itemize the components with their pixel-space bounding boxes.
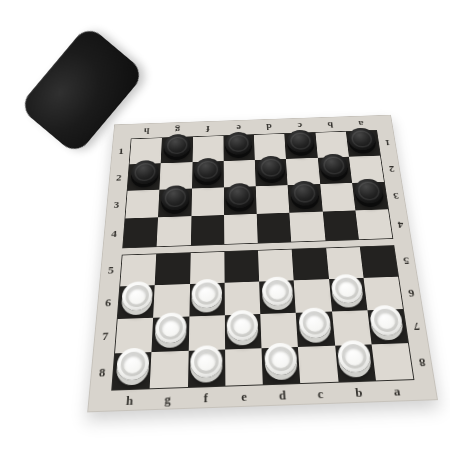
file-label-bottom-c: c <box>301 383 341 406</box>
square-e3[interactable] <box>224 186 257 215</box>
rank-label-right-1: 1 <box>377 129 398 155</box>
square-g7[interactable] <box>152 317 189 353</box>
checkers-board: hgfedcba hgfedcba 12345678 12345678 <box>87 115 438 413</box>
file-label-bottom-d: d <box>263 384 302 407</box>
white-piece-a7[interactable] <box>369 305 404 336</box>
black-piece-g1[interactable] <box>163 134 190 157</box>
file-label-bottom-g: g <box>148 388 187 411</box>
square-e7[interactable] <box>225 314 262 350</box>
square-e5[interactable] <box>224 251 259 283</box>
square-f6[interactable] <box>189 283 225 317</box>
square-c1[interactable] <box>285 133 318 159</box>
square-d2[interactable] <box>255 159 288 186</box>
square-h8[interactable] <box>112 352 151 390</box>
square-d3[interactable] <box>256 185 290 214</box>
white-piece-b8[interactable] <box>337 340 372 373</box>
file-label-top-d: d <box>253 119 284 134</box>
square-h3[interactable] <box>125 190 159 219</box>
board-top-half <box>122 130 393 248</box>
white-piece-f8[interactable] <box>190 345 222 378</box>
square-h2[interactable] <box>128 163 161 191</box>
square-c8[interactable] <box>298 346 338 383</box>
square-c5[interactable] <box>292 248 329 280</box>
square-b6[interactable] <box>329 278 368 312</box>
square-a7[interactable] <box>367 309 408 344</box>
square-f3[interactable] <box>191 187 224 216</box>
rank-label-right-3: 3 <box>385 181 408 209</box>
file-label-top-h: h <box>131 123 162 138</box>
rank-label-right-2: 2 <box>381 155 403 182</box>
black-piece-h2[interactable] <box>130 160 159 184</box>
photo-background: hgfedcba hgfedcba 12345678 12345678 <box>0 0 450 450</box>
square-a8[interactable] <box>371 343 413 380</box>
white-piece-h6[interactable] <box>121 281 153 311</box>
square-g5[interactable] <box>155 253 190 285</box>
black-piece-e3[interactable] <box>226 183 255 208</box>
file-label-bottom-h: h <box>110 389 150 412</box>
square-d8[interactable] <box>262 347 301 384</box>
square-c3[interactable] <box>288 184 323 213</box>
rank-label-right-8: 8 <box>409 343 436 380</box>
square-a5[interactable] <box>360 246 398 278</box>
white-piece-g7[interactable] <box>154 312 186 343</box>
white-piece-f6[interactable] <box>192 279 223 309</box>
square-a1[interactable] <box>346 131 380 157</box>
square-c4[interactable] <box>290 212 325 242</box>
square-e4[interactable] <box>224 214 258 244</box>
file-label-top-f: f <box>192 121 223 136</box>
black-piece-c3[interactable] <box>290 181 320 206</box>
square-g4[interactable] <box>157 216 191 246</box>
rank-label-left-7: 7 <box>94 319 117 355</box>
rank-label-left-2: 2 <box>109 164 129 191</box>
square-f4[interactable] <box>190 215 224 245</box>
white-piece-e7[interactable] <box>227 310 259 341</box>
file-label-bottom-b: b <box>339 381 380 404</box>
square-b4[interactable] <box>322 210 358 240</box>
black-piece-a3[interactable] <box>354 178 385 203</box>
square-e1[interactable] <box>223 135 254 161</box>
square-f2[interactable] <box>192 161 224 188</box>
file-label-bottom-a: a <box>377 380 418 403</box>
square-d6[interactable] <box>259 280 296 314</box>
board-bottom-half <box>111 245 414 390</box>
black-piece-e1[interactable] <box>225 132 252 155</box>
black-piece-f2[interactable] <box>194 158 222 182</box>
white-piece-d8[interactable] <box>264 342 298 375</box>
square-h4[interactable] <box>123 217 158 247</box>
black-piece-g3[interactable] <box>161 185 190 211</box>
file-label-top-b: b <box>314 117 346 132</box>
square-b2[interactable] <box>317 157 351 184</box>
white-piece-b6[interactable] <box>331 274 364 304</box>
black-piece-b2[interactable] <box>319 153 349 177</box>
square-e8[interactable] <box>225 348 263 385</box>
file-label-bottom-f: f <box>187 387 226 410</box>
rank-label-right-6: 6 <box>399 276 424 309</box>
square-a4[interactable] <box>355 209 392 239</box>
file-label-bottom-e: e <box>225 385 264 408</box>
black-piece-a1[interactable] <box>347 127 377 150</box>
square-g8[interactable] <box>150 351 188 389</box>
white-piece-d6[interactable] <box>261 276 293 306</box>
rank-label-right-7: 7 <box>404 308 430 343</box>
square-b8[interactable] <box>335 344 376 381</box>
square-c7[interactable] <box>296 312 335 347</box>
square-a3[interactable] <box>352 182 388 211</box>
square-f8[interactable] <box>188 350 226 387</box>
rank-label-right-4: 4 <box>389 209 412 239</box>
white-piece-h8[interactable] <box>115 348 149 381</box>
rank-label-left-4: 4 <box>103 219 124 249</box>
rank-label-left-6: 6 <box>97 286 120 320</box>
square-h6[interactable] <box>118 285 155 319</box>
rank-label-left-5: 5 <box>100 255 122 287</box>
black-piece-c1[interactable] <box>286 130 314 153</box>
rank-label-right-5: 5 <box>394 244 418 276</box>
rank-label-left-1: 1 <box>111 139 131 165</box>
rank-label-left-8: 8 <box>90 354 114 392</box>
square-g3[interactable] <box>158 189 191 218</box>
white-piece-c7[interactable] <box>298 307 332 338</box>
square-g1[interactable] <box>161 137 193 163</box>
black-piece-d2[interactable] <box>257 156 285 180</box>
square-b3[interactable] <box>320 183 355 212</box>
square-d4[interactable] <box>257 213 292 243</box>
rank-label-left-3: 3 <box>106 191 127 220</box>
